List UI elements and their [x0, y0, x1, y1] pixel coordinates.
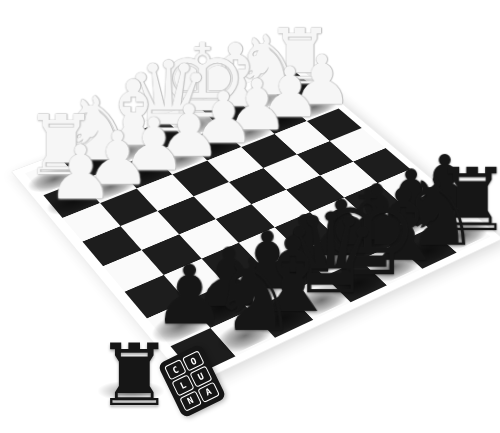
chess-board-mat: ♜♞♝♛♚♝♞♜♟♟♟♟♟♟♟♟♟♟♟♟♟♟♟♟♞♝♛♚♝♞♜ — [11, 65, 500, 387]
product-photo: ♜♞♝♛♚♝♞♜♟♟♟♟♟♟♟♟♟♟♟♟♟♟♟♟♞♝♛♚♝♞♜ ♜ COLUNA — [0, 0, 500, 433]
black-knight-b8: ♞ — [209, 245, 299, 346]
off-board-black-rook: ♜ — [96, 332, 160, 418]
white-pawn-a2: ♟ — [47, 135, 114, 209]
chess-scene: ♜♞♝♛♚♝♞♜♟♟♟♟♟♟♟♟♟♟♟♟♟♟♟♟♞♝♛♚♝♞♜ ♜ COLUNA — [0, 0, 500, 433]
chess-board-grid: ♜♞♝♛♚♝♞♜♟♟♟♟♟♟♟♟♟♟♟♟♟♟♟♟♞♝♛♚♝♞♜ — [25, 72, 490, 376]
square-b8: ♞ — [211, 310, 275, 356]
